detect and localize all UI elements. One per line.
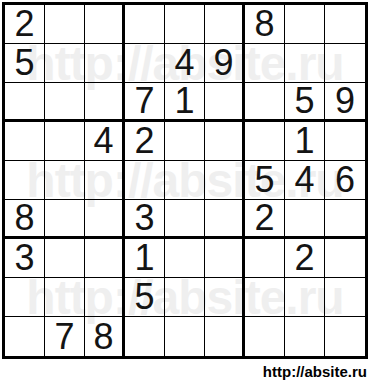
cell-r4c6 — [205, 122, 245, 161]
cell-r4c1 — [5, 122, 45, 161]
cell-r8c7 — [245, 278, 285, 317]
cell-r1c7: 8 — [245, 5, 285, 44]
cell-r6c6 — [205, 200, 245, 239]
cell-r5c2 — [45, 161, 85, 200]
cell-r1c4 — [125, 5, 165, 44]
cell-r3c2 — [45, 83, 85, 122]
cell-r8c3 — [85, 278, 125, 317]
cell-r8c5 — [165, 278, 205, 317]
cell-r2c2 — [45, 44, 85, 83]
cell-r7c4: 1 — [125, 239, 165, 278]
cell-r5c9: 6 — [325, 161, 365, 200]
cell-r7c5 — [165, 239, 205, 278]
cell-r7c8: 2 — [285, 239, 325, 278]
cell-r2c6: 9 — [205, 44, 245, 83]
cell-r6c1: 8 — [5, 200, 45, 239]
cell-r1c6 — [205, 5, 245, 44]
cell-r7c3 — [85, 239, 125, 278]
cell-r2c7 — [245, 44, 285, 83]
cell-r6c7: 2 — [245, 200, 285, 239]
cell-r1c2 — [45, 5, 85, 44]
cell-r6c9 — [325, 200, 365, 239]
sudoku-screenshot: http://absite.ru http://absite.ru http:/… — [0, 0, 369, 384]
cell-r3c3 — [85, 83, 125, 122]
cell-r6c8 — [285, 200, 325, 239]
cell-r7c7 — [245, 239, 285, 278]
cell-r9c2: 7 — [45, 317, 85, 356]
cell-r8c4: 5 — [125, 278, 165, 317]
sudoku-board: http://absite.ru http://absite.ru http:/… — [2, 2, 368, 359]
cell-r2c4 — [125, 44, 165, 83]
cell-r3c7 — [245, 83, 285, 122]
cell-r9c6 — [205, 317, 245, 356]
cell-r9c5 — [165, 317, 205, 356]
cell-r6c4: 3 — [125, 200, 165, 239]
cell-r8c8 — [285, 278, 325, 317]
cell-r5c7: 5 — [245, 161, 285, 200]
cell-r2c1: 5 — [5, 44, 45, 83]
cell-r2c8 — [285, 44, 325, 83]
cell-r3c6 — [205, 83, 245, 122]
cell-r4c2 — [45, 122, 85, 161]
cell-r5c1 — [5, 161, 45, 200]
cell-r8c1 — [5, 278, 45, 317]
cell-r8c9 — [325, 278, 365, 317]
cell-r9c8 — [285, 317, 325, 356]
cell-r9c3: 8 — [85, 317, 125, 356]
cell-r3c5: 1 — [165, 83, 205, 122]
cell-r6c3 — [85, 200, 125, 239]
cell-r7c9 — [325, 239, 365, 278]
cell-r4c5 — [165, 122, 205, 161]
cell-r1c9 — [325, 5, 365, 44]
cell-r8c6 — [205, 278, 245, 317]
cell-r1c1: 2 — [5, 5, 45, 44]
sudoku-grid: 285497159421546832312578 — [5, 5, 365, 356]
site-url-text: http://absite.ru — [263, 363, 367, 380]
cell-r3c1 — [5, 83, 45, 122]
cell-r6c5 — [165, 200, 205, 239]
cell-r5c5 — [165, 161, 205, 200]
cell-r4c3: 4 — [85, 122, 125, 161]
cell-r1c3 — [85, 5, 125, 44]
cell-r9c9 — [325, 317, 365, 356]
cell-r4c8: 1 — [285, 122, 325, 161]
cell-r4c7 — [245, 122, 285, 161]
cell-r8c2 — [45, 278, 85, 317]
cell-r2c3 — [85, 44, 125, 83]
cell-r9c4 — [125, 317, 165, 356]
cell-r5c4 — [125, 161, 165, 200]
cell-r9c1 — [5, 317, 45, 356]
cell-r6c2 — [45, 200, 85, 239]
cell-r1c5 — [165, 5, 205, 44]
cell-r4c4: 2 — [125, 122, 165, 161]
cell-r7c6 — [205, 239, 245, 278]
cell-r9c7 — [245, 317, 285, 356]
cell-r4c9 — [325, 122, 365, 161]
cell-r3c4: 7 — [125, 83, 165, 122]
cell-r2c5: 4 — [165, 44, 205, 83]
cell-r5c8: 4 — [285, 161, 325, 200]
cell-r3c8: 5 — [285, 83, 325, 122]
cell-r1c8 — [285, 5, 325, 44]
cell-r5c3 — [85, 161, 125, 200]
cell-r3c9: 9 — [325, 83, 365, 122]
cell-r2c9 — [325, 44, 365, 83]
cell-r7c2 — [45, 239, 85, 278]
cell-r7c1: 3 — [5, 239, 45, 278]
cell-r5c6 — [205, 161, 245, 200]
